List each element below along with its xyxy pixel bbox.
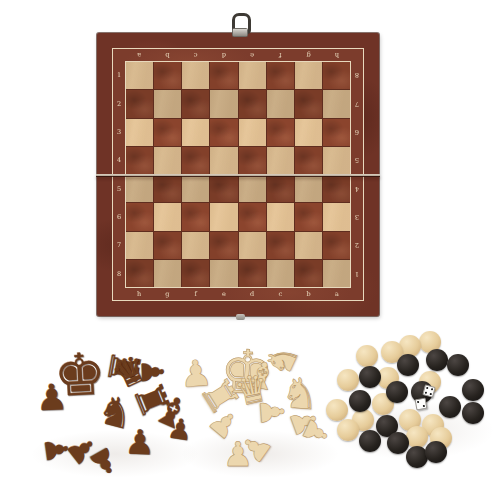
board-square [126,147,153,174]
board-square [210,62,237,89]
clasp-icon [230,13,248,37]
product-photo: hgfedcba hgfedcba 12345678 12345678 ♚♟♜♛… [0,0,500,500]
board-square [323,203,350,230]
rank-label: 8 [113,260,125,288]
rank-label: 5 [113,175,125,203]
file-label: d [210,49,238,61]
hinge-pin-icon [236,314,245,320]
board-square [295,175,322,202]
board-square [295,232,322,259]
board-square [154,119,181,146]
board-square [210,260,237,287]
board-square [126,62,153,89]
clasp-base-icon [232,28,248,37]
board-square [154,90,181,117]
checker-disc-black [426,349,448,371]
die-pip [417,401,419,403]
board-square [154,62,181,89]
board-square [126,203,153,230]
board-square [323,119,350,146]
rank-label: 7 [351,89,363,117]
file-label: e [238,49,266,61]
file-label: b [153,49,181,61]
board-square [323,90,350,117]
file-label: c [266,288,294,300]
board-square [323,62,350,89]
board-square [182,232,209,259]
file-label: f [182,288,210,300]
board-square [210,147,237,174]
checker-disc-light [337,369,359,391]
board-square [239,260,266,287]
board-square [239,62,266,89]
board-square [182,90,209,117]
board-square [239,175,266,202]
chess-piece-dark: ♟ [166,414,195,445]
file-labels-top: hgfedcba [125,49,351,61]
checker-disc-black [425,441,447,463]
board-square [126,260,153,287]
board-square [239,119,266,146]
file-label: e [210,288,238,300]
file-label: g [153,288,181,300]
board-square [126,175,153,202]
chess-board: hgfedcba hgfedcba 12345678 12345678 [97,33,379,316]
file-label: b [295,288,323,300]
board-square [126,119,153,146]
checker-disc-black [447,354,469,376]
checker-disc-light [406,426,428,448]
board-square [267,119,294,146]
board-square [126,232,153,259]
file-label: a [323,288,351,300]
checker-disc-light [337,419,359,441]
rank-label: 7 [113,231,125,259]
file-label: a [125,49,153,61]
rank-label: 1 [113,61,125,89]
board-square [154,203,181,230]
checker-disc-light [326,399,348,421]
board-square [210,119,237,146]
die-pip [430,393,432,395]
board-square [239,232,266,259]
checker-disc-black [349,390,371,412]
board-square [323,147,350,174]
board-square [267,203,294,230]
board-square [154,232,181,259]
rank-label: 6 [351,118,363,146]
board-square [295,260,322,287]
die-pip [431,388,433,390]
rank-label: 2 [351,231,363,259]
checker-disc-black [359,430,381,452]
die-pip [425,392,427,394]
rank-label: 4 [351,175,363,203]
board-square [182,175,209,202]
die-pip [423,405,425,407]
file-labels-bottom: hgfedcba [125,288,351,300]
board-square [126,90,153,117]
board-square [295,62,322,89]
checker-disc-black [439,396,461,418]
board-square [267,147,294,174]
board-square [267,90,294,117]
chess-piece-dark: ♟ [124,424,156,459]
board-square [295,147,322,174]
board-square [182,203,209,230]
file-label: c [182,49,210,61]
board-square [182,260,209,287]
file-label: d [238,288,266,300]
board-square [295,203,322,230]
board-square [267,175,294,202]
board-square [210,203,237,230]
board-square [323,260,350,287]
board-square [210,90,237,117]
rank-label: 8 [351,61,363,89]
board-square [267,232,294,259]
checker-disc-black [462,379,484,401]
fold-seam [96,174,380,176]
rank-label: 3 [113,118,125,146]
rank-label: 5 [351,146,363,174]
board-square [154,175,181,202]
board-square [239,203,266,230]
checker-disc-black [359,366,381,388]
board-square [267,260,294,287]
board-square [295,90,322,117]
chess-piece-dark: ♟ [35,379,69,416]
checker-disc-black [387,432,409,454]
checker-disc-black [386,381,408,403]
checker-disc-black [397,354,419,376]
board-square [154,147,181,174]
file-label: h [125,288,153,300]
rank-label: 4 [113,146,125,174]
die-pip [426,387,428,389]
board-square [210,175,237,202]
rank-label: 2 [113,89,125,117]
die [415,398,428,411]
checker-disc-light [356,345,378,367]
file-label: g [295,49,323,61]
file-label: h [323,49,351,61]
board-square [239,90,266,117]
board-square [267,62,294,89]
board-square [239,147,266,174]
board-square [154,260,181,287]
board-square [323,175,350,202]
board-square [182,147,209,174]
rank-label: 1 [351,260,363,288]
rank-label: 6 [113,203,125,231]
board-square [323,232,350,259]
board-square [210,232,237,259]
board-square [182,119,209,146]
board-square [182,62,209,89]
board-square [295,119,322,146]
checker-disc-black [462,402,484,424]
file-label: f [266,49,294,61]
rank-label: 3 [351,203,363,231]
